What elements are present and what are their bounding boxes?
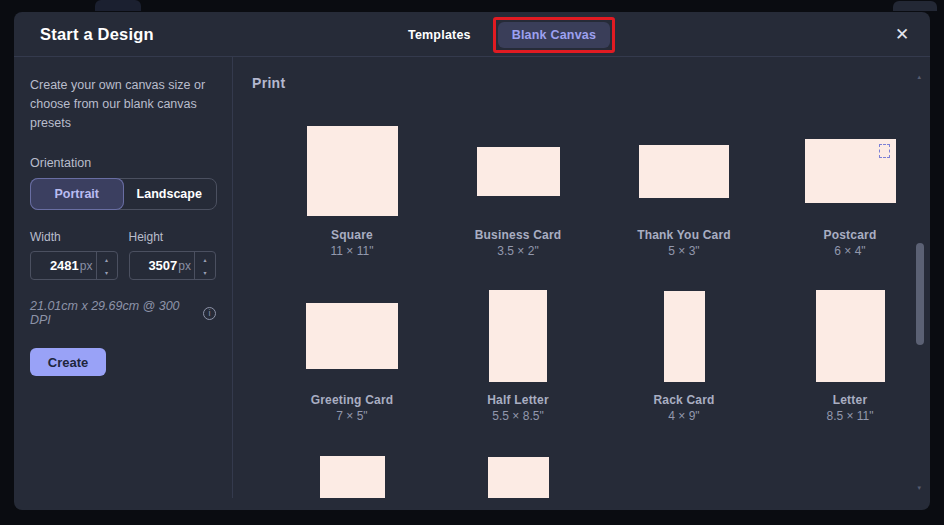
background-app-remnant xyxy=(95,0,141,11)
sidebar: Create your own canvas size or choose fr… xyxy=(14,57,233,498)
annotation-highlight: Blank Canvas xyxy=(493,17,615,53)
modal-header: Start a Design Templates Blank Canvas ✕ xyxy=(14,12,930,57)
preset-name: Postcard xyxy=(824,228,877,242)
tab-templates[interactable]: Templates xyxy=(394,22,485,48)
height-value[interactable]: 3507 xyxy=(148,258,177,273)
scroll-down-icon[interactable]: ▾ xyxy=(917,484,921,492)
preset-shape xyxy=(306,303,398,369)
close-icon[interactable]: ✕ xyxy=(890,23,914,47)
preset-size: 4 × 9" xyxy=(668,409,699,423)
orientation-toggle: Portrait Landscape xyxy=(30,178,217,210)
dimension-inputs: Width 2481 px ▴ ▾ Height xyxy=(30,230,216,280)
width-step-up-icon[interactable]: ▴ xyxy=(97,252,117,266)
preset-grid: Square 11 × 11" Business Card 3.5 × 2" T… xyxy=(269,126,930,498)
width-unit: px xyxy=(80,259,93,273)
preset-content-area: Print Square 11 × 11" Business Card 3.5 … xyxy=(233,57,930,498)
preset-shape xyxy=(489,290,547,382)
stamp-icon xyxy=(879,144,890,158)
height-step-down-icon[interactable]: ▾ xyxy=(195,266,215,280)
height-stepper: ▴ ▾ xyxy=(194,252,215,279)
create-button[interactable]: Create xyxy=(30,348,106,376)
preset-card[interactable] xyxy=(269,456,435,498)
scroll-up-icon[interactable]: ▴ xyxy=(917,73,921,81)
scrollbar-thumb[interactable] xyxy=(916,243,924,345)
section-title-print: Print xyxy=(252,75,930,95)
modal-body: Create your own canvas size or choose fr… xyxy=(14,57,930,498)
preset-name: Business Card xyxy=(475,228,562,242)
preset-card[interactable] xyxy=(435,456,601,498)
preset-size: 6 × 4" xyxy=(834,244,865,258)
preset-shape xyxy=(816,290,885,382)
width-step-down-icon[interactable]: ▾ xyxy=(97,266,117,280)
dimensions-note: 21.01cm x 29.69cm @ 300 DPI i xyxy=(30,299,216,327)
height-step-up-icon[interactable]: ▴ xyxy=(195,252,215,266)
orientation-landscape-button[interactable]: Landscape xyxy=(123,179,217,209)
background-avatar-remnant xyxy=(893,1,937,11)
preset-size: 8.5 × 11" xyxy=(826,409,873,423)
height-unit: px xyxy=(178,259,191,273)
height-label: Height xyxy=(129,230,217,244)
preset-size: 3.5 × 2" xyxy=(497,244,538,258)
preset-size: 5 × 3" xyxy=(668,244,699,258)
width-field[interactable]: 2481 px ▴ ▾ xyxy=(30,251,118,280)
width-value[interactable]: 2481 xyxy=(50,258,79,273)
preset-shape xyxy=(664,291,705,382)
width-stepper: ▴ ▾ xyxy=(96,252,117,279)
dimensions-note-text: 21.01cm x 29.69cm @ 300 DPI xyxy=(30,299,198,327)
orientation-label: Orientation xyxy=(30,156,216,170)
start-design-modal: Start a Design Templates Blank Canvas ✕ … xyxy=(14,12,930,510)
preset-shape xyxy=(477,147,560,196)
preset-card[interactable]: Thank You Card 5 × 3" xyxy=(601,126,767,261)
preset-card[interactable]: Postcard 6 × 4" xyxy=(767,126,930,261)
preset-name: Square xyxy=(331,228,373,242)
preset-size: 7 × 5" xyxy=(336,409,367,423)
preset-shape xyxy=(639,145,729,198)
preset-card[interactable]: Letter 8.5 × 11" xyxy=(767,291,930,426)
preset-shape xyxy=(488,457,549,498)
height-field[interactable]: 3507 px ▴ ▾ xyxy=(129,251,217,280)
preset-card[interactable]: Business Card 3.5 × 2" xyxy=(435,126,601,261)
preset-card[interactable]: Half Letter 5.5 × 8.5" xyxy=(435,291,601,426)
preset-shape xyxy=(307,126,398,216)
preset-card[interactable]: Square 11 × 11" xyxy=(269,126,435,261)
preset-name: Greeting Card xyxy=(311,393,394,407)
preset-name: Thank You Card xyxy=(637,228,731,242)
preset-name: Rack Card xyxy=(653,393,714,407)
preset-card[interactable]: Greeting Card 7 × 5" xyxy=(269,291,435,426)
preset-shape xyxy=(320,456,385,498)
preset-card[interactable]: Rack Card 4 × 9" xyxy=(601,291,767,426)
preset-size: 11 × 11" xyxy=(331,244,374,258)
sidebar-description: Create your own canvas size or choose fr… xyxy=(30,76,220,132)
orientation-portrait-button[interactable]: Portrait xyxy=(30,178,124,210)
modal-title: Start a Design xyxy=(40,25,154,44)
info-icon[interactable]: i xyxy=(203,307,216,320)
preset-shape xyxy=(805,139,896,203)
tab-blank-canvas[interactable]: Blank Canvas xyxy=(498,22,610,48)
width-label: Width xyxy=(30,230,118,244)
preset-size: 5.5 × 8.5" xyxy=(492,409,543,423)
tab-bar: Templates Blank Canvas xyxy=(394,12,615,57)
preset-name: Half Letter xyxy=(487,393,549,407)
preset-name: Letter xyxy=(833,393,868,407)
